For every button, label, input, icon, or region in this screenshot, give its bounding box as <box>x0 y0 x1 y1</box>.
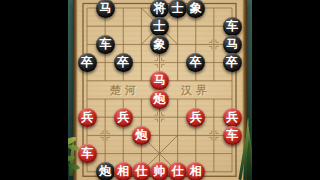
piece-red-elephant[interactable]: 相 <box>114 162 133 180</box>
pieces-layer: 马将士象士车车象马卒卒卒卒马炮兵兵兵兵炮车车炮相仕帅仕相 <box>73 0 247 180</box>
piece-black-advisor[interactable]: 士 <box>150 17 169 36</box>
piece-black-horse[interactable]: 马 <box>96 0 115 18</box>
piece-black-elephant[interactable]: 象 <box>150 35 169 54</box>
letterbox-right-bar <box>252 0 320 180</box>
piece-black-soldier[interactable]: 卒 <box>186 53 205 72</box>
piece-red-horse[interactable]: 马 <box>150 71 169 90</box>
piece-black-soldier[interactable]: 卒 <box>223 53 242 72</box>
piece-black-cannon[interactable]: 炮 <box>96 162 115 180</box>
piece-red-advisor[interactable]: 仕 <box>132 162 151 180</box>
piece-red-soldier[interactable]: 兵 <box>114 108 133 127</box>
piece-black-horse[interactable]: 马 <box>223 35 242 54</box>
piece-red-advisor[interactable]: 仕 <box>168 162 187 180</box>
piece-black-general[interactable]: 将 <box>150 0 169 18</box>
piece-red-chariot[interactable]: 车 <box>223 126 242 145</box>
piece-red-soldier[interactable]: 兵 <box>186 108 205 127</box>
piece-black-chariot[interactable]: 车 <box>96 35 115 54</box>
piece-black-elephant[interactable]: 象 <box>186 0 205 18</box>
xiangqi-game-scene: 楚河 汉界 马将士象士车车象马卒卒卒卒马炮兵兵兵兵炮车车炮相仕帅仕相 <box>0 0 320 180</box>
xiangqi-board[interactable]: 楚河 汉界 马将士象士车车象马卒卒卒卒马炮兵兵兵兵炮车车炮相仕帅仕相 <box>73 0 247 180</box>
piece-red-king[interactable]: 帅 <box>150 162 169 180</box>
piece-red-cannon[interactable]: 炮 <box>132 126 151 145</box>
piece-black-soldier[interactable]: 卒 <box>78 53 97 72</box>
piece-red-soldier[interactable]: 兵 <box>78 108 97 127</box>
piece-red-cannon[interactable]: 炮 <box>150 90 169 109</box>
piece-black-advisor[interactable]: 士 <box>168 0 187 18</box>
piece-red-soldier[interactable]: 兵 <box>223 108 242 127</box>
piece-black-soldier[interactable]: 卒 <box>114 53 133 72</box>
piece-black-chariot[interactable]: 车 <box>223 17 242 36</box>
letterbox-left-bar <box>0 0 68 180</box>
piece-red-elephant[interactable]: 相 <box>186 162 205 180</box>
